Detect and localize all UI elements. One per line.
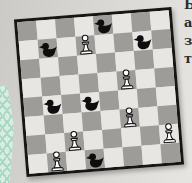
duck-icon bbox=[93, 16, 113, 34]
square-e3 bbox=[101, 109, 121, 129]
square-c1 bbox=[66, 150, 86, 170]
black-duck-piece bbox=[132, 32, 152, 50]
duck-icon bbox=[80, 93, 100, 111]
square-e4 bbox=[99, 90, 119, 110]
square-f2 bbox=[121, 127, 141, 147]
square-c2 bbox=[64, 131, 84, 151]
square-d5 bbox=[79, 73, 99, 93]
white-pawn-piece bbox=[77, 33, 94, 55]
duck-icon bbox=[132, 32, 152, 50]
white-pawn-icon bbox=[77, 33, 94, 55]
black-duck-piece bbox=[93, 16, 113, 34]
square-f8 bbox=[112, 13, 132, 33]
square-a8 bbox=[17, 21, 37, 41]
square-f3 bbox=[119, 108, 139, 128]
square-h5 bbox=[154, 67, 174, 87]
black-duck-piece bbox=[80, 93, 100, 111]
text-fragment: т bbox=[184, 50, 192, 68]
square-d4 bbox=[80, 92, 100, 112]
black-duck-piece bbox=[85, 150, 105, 168]
white-pawn-piece bbox=[49, 150, 66, 172]
square-c5 bbox=[60, 75, 80, 95]
square-a3 bbox=[25, 116, 45, 136]
square-c4 bbox=[61, 94, 81, 114]
duck-icon bbox=[85, 150, 105, 168]
duck-icon bbox=[38, 40, 58, 58]
square-b7 bbox=[38, 38, 58, 58]
square-g6 bbox=[134, 50, 154, 70]
square-e6 bbox=[96, 53, 116, 73]
square-h1 bbox=[160, 143, 180, 163]
square-h6 bbox=[153, 48, 173, 68]
square-g1 bbox=[141, 144, 161, 164]
page-under-edge-pattern bbox=[0, 86, 14, 183]
black-duck-piece bbox=[38, 40, 58, 58]
square-d1 bbox=[85, 149, 105, 169]
white-pawn-piece bbox=[161, 121, 178, 143]
board-grid bbox=[17, 10, 181, 174]
scanned-book-page: Б а з т bbox=[0, 0, 192, 183]
square-g3 bbox=[138, 106, 158, 126]
square-d7 bbox=[75, 35, 95, 55]
game-board bbox=[14, 7, 184, 177]
white-pawn-icon bbox=[121, 106, 138, 128]
black-duck-piece bbox=[42, 97, 62, 115]
square-e1 bbox=[104, 147, 124, 167]
cutoff-text-column: Б а з т bbox=[184, 0, 192, 68]
square-f7 bbox=[113, 32, 133, 52]
square-g7 bbox=[132, 31, 152, 51]
square-b8 bbox=[36, 19, 56, 39]
square-h7 bbox=[151, 29, 171, 49]
square-h4 bbox=[156, 86, 176, 106]
square-g5 bbox=[135, 68, 155, 88]
white-pawn-piece bbox=[66, 129, 83, 151]
square-a7 bbox=[19, 40, 39, 60]
square-b1 bbox=[47, 152, 67, 172]
square-c6 bbox=[58, 56, 78, 76]
square-d2 bbox=[83, 130, 103, 150]
text-fragment: а bbox=[184, 14, 192, 32]
square-a2 bbox=[26, 134, 46, 154]
white-pawn-icon bbox=[161, 121, 178, 143]
square-g8 bbox=[131, 12, 151, 32]
square-a6 bbox=[20, 59, 40, 79]
white-pawn-icon bbox=[118, 68, 135, 90]
square-b6 bbox=[39, 57, 59, 77]
duck-icon bbox=[42, 97, 62, 115]
white-pawn-piece bbox=[121, 106, 138, 128]
square-g2 bbox=[140, 125, 160, 145]
square-f1 bbox=[123, 146, 143, 166]
square-h2 bbox=[159, 124, 179, 144]
white-pawn-icon bbox=[49, 150, 66, 172]
square-g4 bbox=[137, 87, 157, 107]
square-c8 bbox=[55, 18, 75, 38]
square-e5 bbox=[97, 72, 117, 92]
square-e7 bbox=[94, 34, 114, 54]
square-b5 bbox=[41, 76, 61, 96]
square-d6 bbox=[77, 54, 97, 74]
square-d3 bbox=[82, 111, 102, 131]
square-c7 bbox=[57, 37, 77, 57]
square-a4 bbox=[23, 97, 43, 117]
square-a5 bbox=[22, 78, 42, 98]
square-b4 bbox=[42, 95, 62, 115]
square-b3 bbox=[44, 114, 64, 134]
square-e8 bbox=[93, 15, 113, 35]
square-e2 bbox=[102, 128, 122, 148]
square-a1 bbox=[28, 153, 48, 173]
square-f5 bbox=[116, 70, 136, 90]
white-pawn-piece bbox=[118, 68, 135, 90]
white-pawn-icon bbox=[66, 129, 83, 151]
text-fragment: Б bbox=[184, 0, 192, 14]
square-h8 bbox=[150, 10, 170, 30]
text-fragment: з bbox=[184, 32, 192, 50]
